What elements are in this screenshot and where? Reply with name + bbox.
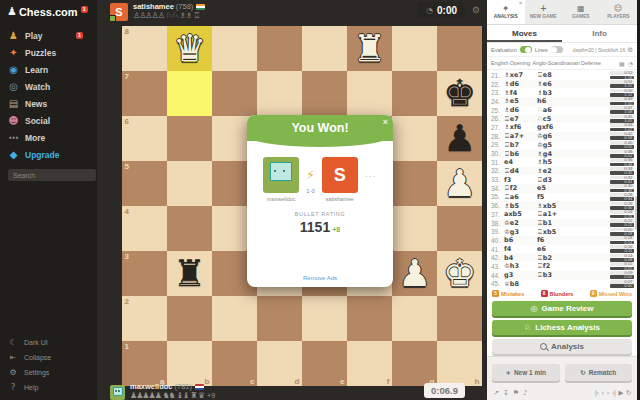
black-move[interactable]: e5	[537, 184, 610, 192]
move-row: 24.♗e5h60:491:10	[491, 97, 634, 106]
square-c2[interactable]	[212, 296, 257, 341]
black-move[interactable]: ♖a1+	[537, 210, 610, 218]
white-move[interactable]: axb5	[504, 210, 537, 218]
tab-players[interactable]: ☺PLAYERS	[600, 0, 638, 24]
white-move[interactable]: ♖a7+	[504, 132, 537, 140]
sidebar-item-label: Help	[24, 384, 38, 391]
move-list: 21.♗xe7♖e80:521:1822.♗d6♗e60:511:1523.♗f…	[487, 70, 637, 288]
white-move[interactable]: ♖b6	[504, 150, 537, 158]
move-number: 29.	[491, 141, 504, 148]
black-move[interactable]: ♖b2	[537, 254, 610, 262]
white-move[interactable]: ♖d4	[504, 167, 537, 175]
square-g4[interactable]	[392, 206, 437, 251]
share-icon[interactable]: ↗	[493, 389, 499, 397]
game-score: 1-0	[306, 188, 315, 194]
square-b8[interactable]: ♛	[167, 26, 212, 71]
black-move[interactable]: f6	[537, 236, 610, 244]
new-game-icon: +	[540, 5, 547, 13]
moves-info-subtabs: MovesInfo	[487, 25, 637, 43]
sidebar-item-label: Learn	[25, 65, 48, 75]
black-move[interactable]: ♘c5	[537, 115, 610, 123]
square-h8[interactable]	[437, 26, 482, 71]
black-move[interactable]: ♖f2	[537, 262, 610, 270]
avatar-letter: S	[115, 6, 122, 18]
tab-close-icon[interactable]: ×	[519, 0, 523, 6]
tab-games[interactable]: ▦GAMES	[562, 0, 600, 24]
square-c8[interactable]	[212, 26, 257, 71]
square-b3[interactable]: ♜	[167, 251, 212, 296]
forward-icon[interactable]: ›	[607, 389, 609, 397]
sidebar-item-social[interactable]: ☻Social	[0, 112, 97, 129]
sidebar-item-puzzles[interactable]: ✦Puzzles	[0, 44, 97, 61]
black-rook-b3[interactable]: ♜	[167, 251, 212, 296]
sidebar-item-label: Collapse	[24, 354, 51, 361]
move-number: 28.	[491, 133, 504, 140]
square-e1[interactable]: e	[302, 341, 347, 386]
summary-label: Blunders	[550, 291, 574, 297]
move-row: 27.♗xf6gxf60:441:02	[491, 123, 634, 132]
white-move[interactable]: ♔e2	[504, 219, 537, 227]
black-move[interactable]: ♖e8	[537, 71, 610, 79]
dialog-menu-dots-icon[interactable]: ···	[365, 171, 377, 181]
rank-label-8: 8	[125, 27, 129, 36]
move-row: 26.♖e7♘c50:451:05	[491, 114, 634, 123]
white-move[interactable]: e4	[504, 158, 537, 166]
sidebar-item-play[interactable]: ♟Play1	[0, 27, 97, 44]
tab-label: PLAYERS	[607, 14, 629, 19]
notification-badge: 1	[76, 32, 83, 39]
material-advantage: +9	[207, 392, 215, 399]
move-number: 43.	[491, 263, 504, 270]
bottom-player-rating: (781)	[175, 383, 193, 391]
sidebar-item-label: Dark UI	[24, 339, 48, 346]
move-row: 44.g3♖b30:090:02	[491, 271, 634, 280]
move-number: 24.	[491, 98, 504, 105]
tab-label: NEW GAME	[530, 14, 557, 19]
square-b4[interactable]	[167, 206, 212, 251]
move-times: 0:471:08	[610, 106, 634, 114]
square-e8[interactable]	[302, 26, 347, 71]
bullet-game-icon: ⚡	[306, 168, 314, 182]
square-b5[interactable]	[167, 161, 212, 206]
square-h4[interactable]	[437, 206, 482, 251]
summary-count-badge: 8	[541, 290, 548, 297]
move-number: 25.	[491, 107, 504, 114]
square-a6[interactable]: 6	[122, 116, 167, 161]
bottom-player-name-line[interactable]: maxwelldoc (781)	[130, 383, 215, 391]
rank-label-2: 2	[125, 297, 129, 306]
move-row: 45.♕b80:070:00	[491, 280, 634, 289]
black-move[interactable]: e6	[537, 245, 610, 253]
square-a5[interactable]: 5	[122, 161, 167, 206]
news-icon: ▤	[8, 99, 19, 109]
move-row: 25.♗d6♘a60:471:08	[491, 106, 634, 115]
move-row: 31.e4♗h50:360:48	[491, 158, 634, 167]
lines-label: Lines	[535, 47, 548, 53]
white-queen-b8[interactable]: ♛	[167, 26, 212, 71]
sidebar-item-label: Play	[25, 31, 43, 41]
white-move[interactable]: ♖f2	[504, 184, 537, 192]
square-h2[interactable]	[437, 296, 482, 341]
move-number: 40.	[491, 237, 504, 244]
square-g1[interactable]: g	[392, 341, 437, 386]
move-number: 41.	[491, 246, 504, 253]
top-player-name: satishamee	[133, 3, 174, 11]
help-icon: ?	[8, 383, 18, 393]
white-move[interactable]: ♖a6	[504, 193, 537, 201]
white-move[interactable]: ♗d6	[504, 106, 537, 114]
move-row: 41.f4e60:160:11	[491, 245, 634, 254]
evaluation-toggle[interactable]	[520, 46, 532, 53]
move-times: 0:280:34	[610, 193, 634, 201]
move-row: 36.♗b5♗xb50:260:30	[491, 201, 634, 210]
move-row: 29.♖b7♔g50:400:55	[491, 141, 634, 150]
sidebar-item-news[interactable]: ▤News	[0, 95, 97, 112]
black-move[interactable]: ♔g6	[537, 132, 610, 140]
move-number: 31.	[491, 159, 504, 166]
move-number: 33.	[491, 176, 504, 183]
megaphone-icon[interactable]: ♪	[523, 389, 527, 397]
black-move[interactable]: h6	[537, 97, 610, 105]
go-end-icon[interactable]: ›|	[612, 389, 616, 397]
square-e2[interactable]	[302, 296, 347, 341]
square-h6[interactable]: ♟	[437, 116, 482, 161]
move-number: 39.	[491, 228, 504, 235]
black-move[interactable]: ♖b3	[537, 271, 610, 279]
square-b2[interactable]	[167, 296, 212, 341]
white-move[interactable]: ♗d6	[504, 80, 537, 88]
play-knight-icon: ♟	[8, 31, 19, 41]
black-move[interactable]: ♗xb5	[537, 202, 610, 210]
square-d7[interactable]	[257, 71, 302, 116]
square-c1[interactable]: c	[212, 341, 257, 386]
rating-delta: +8	[332, 226, 340, 233]
tab-new-game[interactable]: +NEW GAME	[525, 0, 563, 24]
rank-label-7: 7	[125, 72, 129, 81]
white-move[interactable]: f4	[504, 245, 537, 253]
square-g3[interactable]: ♟	[392, 251, 437, 296]
lichess-analysis-button[interactable]: ♘ Lichess Analysis	[492, 320, 632, 335]
sidebar-bottom-help[interactable]: ?Help	[0, 380, 97, 395]
tab-label: GAMES	[572, 14, 590, 19]
move-row: 38.♔e2♖b10:220:22	[491, 219, 634, 228]
move-number: 34.	[491, 185, 504, 192]
square-h3[interactable]: ♚	[437, 251, 482, 296]
sidebar-item-upgrade[interactable]: ◆Upgrade	[0, 146, 97, 163]
move-row: 30.♖b6♗g40:380:52	[491, 149, 634, 158]
remove-ads-link[interactable]: Remove Ads	[247, 275, 393, 281]
square-g2[interactable]	[392, 296, 437, 341]
flag-icon[interactable]: ⚑	[513, 389, 519, 397]
white-king-h3[interactable]: ♚	[437, 251, 482, 296]
move-times: 0:160:11	[610, 245, 634, 253]
online-indicator	[109, 15, 116, 22]
panel-footer: + New 1 min ↻ Rematch ↗↧⚑♪ |‹‹››|▶↻	[487, 356, 637, 400]
tab-analysis[interactable]: ⌖ANALYSIS×	[487, 0, 525, 24]
bullet-rating: 1151+8	[247, 219, 393, 235]
white-move[interactable]: b6	[504, 236, 537, 244]
bottom-player-avatar[interactable]	[110, 385, 125, 400]
notification-badge: 1	[81, 6, 88, 13]
white-move[interactable]: b4	[504, 254, 537, 262]
opening-name[interactable]: English Opening: Anglo-Scandinavian Defe…	[491, 60, 601, 66]
black-move[interactable]: ♗h5	[537, 158, 610, 166]
search-input[interactable]	[8, 169, 96, 181]
square-a2[interactable]: 2	[122, 296, 167, 341]
move-times: 0:090:02	[610, 271, 634, 279]
download-icon[interactable]: ↧	[503, 389, 509, 397]
move-number: 27.	[491, 124, 504, 131]
gear-icon: ⚙	[8, 368, 18, 378]
move-nav-icons-row: |‹‹››|▶↻	[595, 389, 631, 397]
panel-tabbar: ⌖ANALYSIS×+NEW GAME▦GAMES☺PLAYERS	[487, 0, 637, 25]
square-f7[interactable]	[347, 71, 392, 116]
dialog-header: You Won!	[247, 115, 393, 141]
move-row: 22.♗d6♗e60:511:15	[491, 80, 634, 89]
move-number: 22.	[491, 81, 504, 88]
top-player-name-line[interactable]: satishamee (758)	[133, 3, 205, 11]
moon-icon: ☾	[8, 338, 18, 348]
move-row: 35.♖a6f50:280:34	[491, 193, 634, 202]
sidebar-item-label: Puzzles	[25, 48, 56, 58]
rank-label-6: 6	[125, 117, 129, 126]
top-player-clock: ◔ 0:00	[418, 2, 465, 18]
loser-avatar[interactable]: S	[322, 157, 358, 193]
square-c7[interactable]	[212, 71, 257, 116]
lichess-knight-icon: ♘	[524, 323, 531, 332]
players-icon: ☺	[614, 5, 622, 13]
square-b6[interactable]	[167, 116, 212, 161]
summary-label: Missed Wins	[599, 291, 632, 297]
square-a8[interactable]: 8	[122, 26, 167, 71]
rank-label-4: 4	[125, 207, 129, 216]
square-a7[interactable]: 7	[122, 71, 167, 116]
back-icon[interactable]: ‹	[602, 389, 604, 397]
bottom-player-name: maxwelldoc	[130, 383, 173, 391]
games-icon: ▦	[577, 5, 585, 13]
chesscom-app: ♟ Chess.com 1 ♟Play1✦Puzzles◉Learn◎Watch…	[0, 0, 640, 400]
chesscom-logo[interactable]: ♟ Chess.com 1	[0, 0, 97, 23]
bottom-clock-time: 0:06.9	[431, 385, 458, 396]
white-move[interactable]: f3	[504, 176, 537, 184]
square-d2[interactable]	[257, 296, 302, 341]
square-b7[interactable]	[167, 71, 212, 116]
white-move[interactable]: ♗e5	[504, 97, 537, 105]
reset-icon[interactable]: ↻	[626, 389, 631, 397]
game-summary-row: 5Mistakes8Blunders0Missed Wins	[487, 288, 637, 299]
bottom-player-clock: 0:06.9	[424, 383, 465, 398]
move-times: 0:070:00	[610, 280, 634, 288]
rating-label: BULLET RATING	[247, 211, 393, 217]
more-icon: ⋯	[8, 133, 19, 143]
square-d1[interactable]: d	[257, 341, 302, 386]
subtab-moves[interactable]: Moves	[487, 25, 562, 42]
sidebar-bottom-collapse[interactable]: ⇤Collapse	[0, 350, 97, 365]
white-move[interactable]: ♗f4	[504, 89, 537, 97]
move-row: 28.♖a7+♔g60:420:58	[491, 132, 634, 141]
dialog-title: You Won!	[291, 121, 348, 135]
square-g7[interactable]	[392, 71, 437, 116]
bottom-captured-pieces: ♟♟♟♟♟ ♞♞ ♝♝ ♜ ♛+9	[130, 392, 215, 400]
top-player-avatar[interactable]: S	[110, 3, 128, 21]
white-rook-f8[interactable]: ♜	[347, 26, 392, 71]
white-move[interactable]: ♔g3	[504, 228, 537, 236]
lines-toggle[interactable]	[551, 46, 563, 53]
move-number: 23.	[491, 89, 504, 96]
move-times: 0:420:58	[610, 132, 634, 140]
move-row: 42.b4♖b20:140:08	[491, 253, 634, 262]
white-pawn-g3[interactable]: ♟	[392, 251, 437, 296]
new-game-button[interactable]: + New 1 min	[492, 364, 560, 381]
move-times: 0:340:45	[610, 167, 634, 175]
subtab-info[interactable]: Info	[562, 25, 637, 42]
share-icons-row: ↗↧⚑♪	[493, 389, 528, 397]
white-pawn-h5[interactable]: ♟	[437, 161, 482, 206]
move-times: 0:400:55	[610, 141, 634, 149]
summary-mistakes[interactable]: 5Mistakes	[492, 290, 524, 297]
white-move[interactable]: ♗xe7	[504, 71, 537, 79]
rematch-button[interactable]: ↻ Rematch	[565, 364, 633, 381]
white-move[interactable]: ♖b7	[504, 141, 537, 149]
rematch-icon: ↻	[580, 369, 585, 377]
square-f1[interactable]: f	[347, 341, 392, 386]
black-move[interactable]: ♖b1	[537, 219, 610, 227]
white-move[interactable]: ♖e7	[504, 115, 537, 123]
social-icon: ☻	[8, 116, 19, 126]
opening-book-icon[interactable]: ▦	[619, 60, 625, 67]
white-move[interactable]: ♕b8	[504, 280, 537, 288]
sidebar-bottom-dark-ui[interactable]: ☾Dark UI	[0, 335, 97, 350]
white-move[interactable]: g3	[504, 271, 537, 279]
square-h1[interactable]: h	[437, 341, 482, 386]
puzzles-icon: ✦	[8, 48, 19, 58]
summary-count-badge: 0	[590, 290, 597, 297]
board-settings-gear-icon[interactable]: ⚙	[472, 5, 480, 15]
sidebar-bottom-settings[interactable]: ⚙Settings	[0, 365, 97, 380]
square-b1[interactable]: b	[167, 341, 212, 386]
black-move[interactable]: ♖d3	[537, 176, 610, 184]
evaluation-label: Evaluation	[491, 47, 517, 53]
summary-blunders[interactable]: 8Blunders	[541, 290, 574, 297]
magnifier-icon	[540, 343, 547, 350]
sidebar-item-label: Watch	[25, 82, 50, 92]
move-row: 34.♖f2e50:300:38	[491, 184, 634, 193]
square-a3[interactable]: 3	[122, 251, 167, 296]
black-king-h7[interactable]: ♚	[437, 71, 482, 116]
move-row: 39.♔g3♖xb50:200:18	[491, 227, 634, 236]
sidebar-item-more[interactable]: ⋯More	[0, 129, 97, 146]
go-start-icon[interactable]: |‹	[595, 389, 599, 397]
engine-settings-gear-icon[interactable]: ⚙	[627, 46, 633, 54]
black-move[interactable]: ♘a6	[537, 106, 610, 114]
square-f8[interactable]: ♜	[347, 26, 392, 71]
analysis-panel: ⌖ANALYSIS×+NEW GAME▦GAMES☺PLAYERS MovesI…	[487, 0, 637, 400]
black-time: 0:00	[610, 284, 634, 288]
black-move[interactable]: ♗e2	[537, 167, 610, 175]
top-clock-time: 0:00	[437, 5, 457, 16]
winner-name: maxwelldoc	[267, 196, 296, 202]
square-g6[interactable]	[392, 116, 437, 161]
history-clock-icon[interactable]: ◔	[628, 60, 633, 67]
sidebar-item-watch[interactable]: ◎Watch	[0, 78, 97, 95]
game-review-button[interactable]: ◎ Game Review	[492, 301, 632, 316]
sidebar-item-learn[interactable]: ◉Learn	[0, 61, 97, 78]
move-number: 37.	[491, 211, 504, 218]
square-h5[interactable]: ♟	[437, 161, 482, 206]
square-a4[interactable]: 4	[122, 206, 167, 251]
opening-row: English Opening: Anglo-Scandinavian Defe…	[487, 57, 637, 70]
square-d8[interactable]	[257, 26, 302, 71]
engine-controls: Evaluation Lines depth=20 | Stockfish 16…	[487, 43, 637, 57]
sidebar-nav: ♟Play1✦Puzzles◉Learn◎Watch▤News☻Social⋯M…	[0, 27, 97, 163]
white-move[interactable]: ♗b5	[504, 202, 537, 210]
white-move[interactable]: ♔h3	[504, 262, 537, 270]
square-h7[interactable]: ♚	[437, 71, 482, 116]
tab-label: ANALYSIS	[494, 14, 518, 19]
move-times: 0:220:22	[610, 219, 634, 227]
top-captured-pieces: ♙♙♙♙♙ ♘♘ ♗♗ ♖	[133, 12, 205, 20]
move-row: 21.♗xe7♖e80:521:18	[491, 71, 634, 80]
move-number: 21.	[491, 72, 504, 79]
rank-label-5: 5	[125, 162, 129, 171]
sidebar-item-label: Settings	[24, 369, 49, 376]
black-move[interactable]: ♗b3	[537, 89, 610, 97]
black-move[interactable]: gxf6	[537, 123, 610, 131]
top-player-rating: (758)	[176, 3, 194, 11]
move-number: 35.	[491, 193, 504, 200]
pawn-logo-icon: ♟	[7, 6, 17, 18]
move-times: 0:360:48	[610, 158, 634, 166]
move-number: 42.	[491, 254, 504, 261]
black-move[interactable]: ♗e6	[537, 80, 610, 88]
analysis-button[interactable]: Analysis	[492, 339, 632, 354]
analysis-tab-icon: ⌖	[503, 5, 508, 13]
summary-missed-wins[interactable]: 0Missed Wins	[590, 290, 632, 297]
timer-icon: ◔	[426, 6, 433, 15]
winner-avatar[interactable]	[263, 157, 299, 193]
move-row: 32.♖d4♗e20:340:45	[491, 167, 634, 176]
rank-label-1: 1	[125, 342, 129, 351]
white-move[interactable]: ♗xf6	[504, 123, 537, 131]
move-row: 40.b6f60:180:14	[491, 236, 634, 245]
autoplay-icon[interactable]: ▶	[619, 389, 624, 397]
rank-label-3: 3	[125, 252, 129, 261]
sidebar-item-label: More	[25, 133, 45, 143]
netherlands-flag-icon	[195, 384, 204, 390]
sidebar-bottom: ☾Dark UI⇤Collapse⚙Settings?Help	[0, 335, 97, 400]
collapse-icon: ⇤	[8, 353, 18, 363]
move-number: 26.	[491, 115, 504, 122]
close-icon[interactable]: ×	[383, 117, 388, 127]
move-number: 38.	[491, 220, 504, 227]
move-row: 23.♗f4♗b30:501:12	[491, 88, 634, 97]
diamond-icon: ◆	[8, 150, 19, 160]
black-move[interactable]: ♗g4	[537, 150, 610, 158]
black-move[interactable]: ♖xb5	[537, 228, 610, 236]
black-move[interactable]: f5	[537, 193, 610, 201]
square-f2[interactable]	[347, 296, 392, 341]
black-move[interactable]: ♔g5	[537, 141, 610, 149]
black-pawn-h6[interactable]: ♟	[437, 116, 482, 161]
game-review-icon: ◎	[530, 304, 537, 313]
engine-info: depth=20 | Stockfish 16	[573, 47, 625, 53]
square-a1[interactable]: 1a	[122, 341, 167, 386]
summary-label: Mistakes	[501, 291, 524, 297]
square-g8[interactable]	[392, 26, 437, 71]
square-g5[interactable]	[392, 161, 437, 206]
square-e7[interactable]	[302, 71, 347, 116]
summary-count-badge: 5	[492, 290, 499, 297]
